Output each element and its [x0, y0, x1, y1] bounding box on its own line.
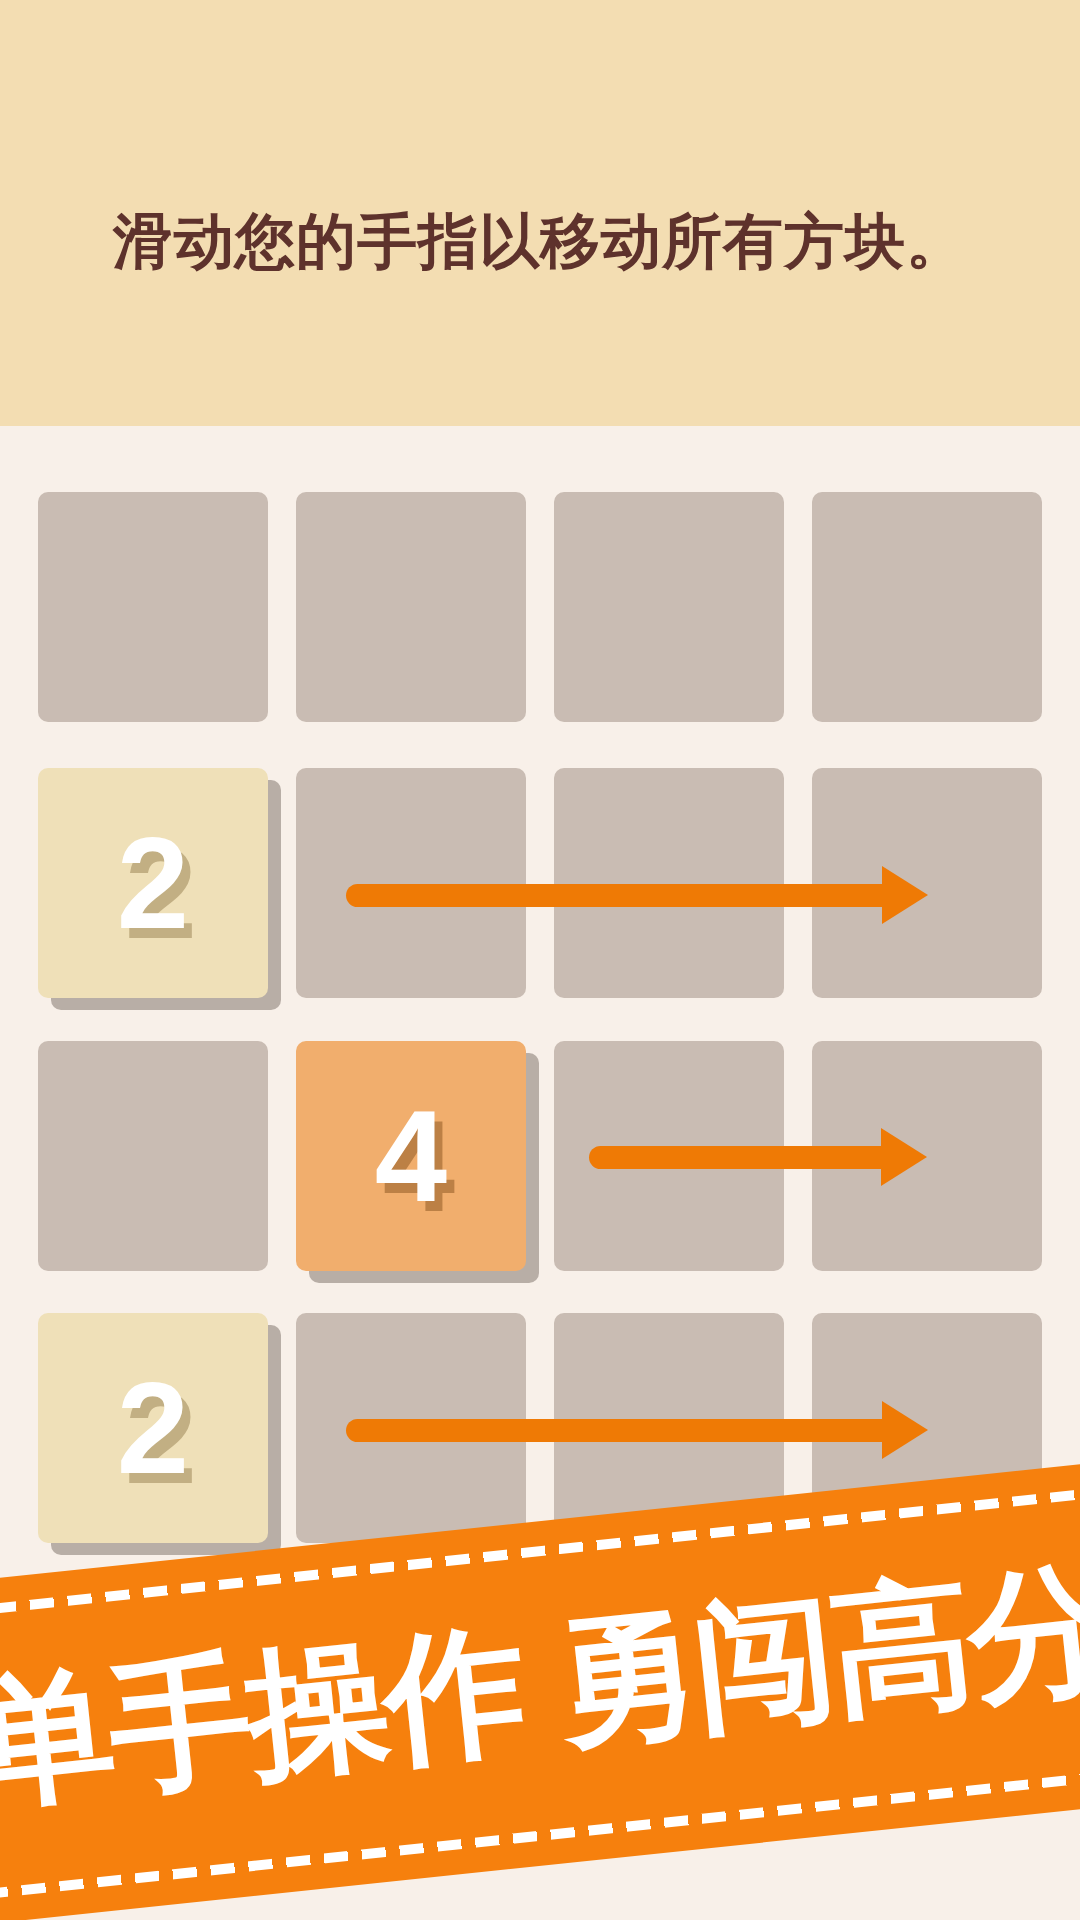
tutorial-instruction: 滑动您的手指以移动所有方块。: [0, 202, 1080, 283]
tutorial-header: 滑动您的手指以移动所有方块。: [0, 0, 1080, 426]
empty-cell-r1c4: [812, 492, 1042, 722]
tile-4-r3c2: 4: [296, 1041, 526, 1271]
swipe-right-arrowhead-icon: [882, 866, 928, 924]
swipe-right-arrow: [346, 1419, 884, 1442]
swipe-right-arrowhead-icon: [882, 1401, 928, 1459]
tile-value: 4: [375, 1091, 447, 1221]
tile-2-r2c1: 2: [38, 768, 268, 998]
tile-2-r4c1: 2: [38, 1313, 268, 1543]
empty-cell-r1c3: [554, 492, 784, 722]
tile-value: 2: [117, 1363, 189, 1493]
empty-cell-r1c2: [296, 492, 526, 722]
swipe-right-arrow: [589, 1146, 883, 1169]
empty-cell-r3c1: [38, 1041, 268, 1271]
empty-cell-r1c1: [38, 492, 268, 722]
app-screen: 滑动您的手指以移动所有方块。 242 单手操作 勇闯高分: [0, 0, 1080, 1920]
swipe-right-arrow: [346, 884, 884, 907]
swipe-right-arrowhead-icon: [881, 1128, 927, 1186]
tile-value: 2: [117, 818, 189, 948]
